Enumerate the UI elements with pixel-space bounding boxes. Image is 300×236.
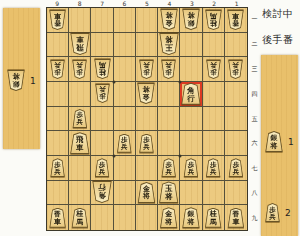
- square-18[interactable]: [225, 181, 247, 206]
- koma-kanji: 歩兵: [210, 162, 217, 176]
- square-87[interactable]: [69, 156, 91, 181]
- koma-kanji: 銀将: [187, 11, 195, 26]
- koma-kanji: 桂馬: [209, 11, 217, 26]
- koma-歩兵-37[interactable]: 歩兵: [183, 158, 198, 177]
- rank-label-4: 四: [250, 82, 259, 107]
- square-38[interactable]: [180, 181, 202, 206]
- square-48[interactable]: 玉将: [158, 181, 180, 206]
- koma-kanji: 銀将: [12, 72, 20, 87]
- koma-歩兵-66[interactable]: 歩兵: [117, 134, 132, 153]
- square-13[interactable]: 歩兵: [225, 57, 247, 82]
- square-47[interactable]: 歩兵: [158, 156, 180, 181]
- koma-桂馬-89[interactable]: 桂馬: [71, 208, 88, 228]
- square-82[interactable]: 飛車: [69, 33, 91, 58]
- rank-label-2: 二: [250, 32, 259, 57]
- koma-kanji: 金将: [142, 186, 150, 201]
- koma-kanji: 角行: [187, 87, 195, 103]
- koma-kanji: 歩兵: [143, 137, 150, 151]
- koma-kanji: 玉将: [165, 185, 173, 201]
- square-19[interactable]: 香車: [225, 205, 247, 230]
- square-63[interactable]: [114, 57, 136, 82]
- square-29[interactable]: 桂馬: [203, 205, 225, 230]
- koma-kanji: 桂馬: [76, 211, 84, 226]
- hand-count: 1: [288, 137, 294, 147]
- square-95[interactable]: [47, 107, 69, 132]
- koma-kanji: 歩兵: [143, 61, 150, 75]
- square-22[interactable]: [203, 33, 225, 58]
- sente-captured-tray: 銀将1歩兵2: [261, 55, 298, 236]
- koma-歩兵-13[interactable]: 歩兵: [228, 60, 243, 79]
- rank-label-3: 三: [250, 57, 259, 82]
- gote-hand-銀将[interactable]: 銀将1: [3, 70, 40, 91]
- square-41[interactable]: 金将: [158, 8, 180, 33]
- star-point: [179, 80, 182, 83]
- square-96[interactable]: [47, 131, 69, 156]
- square-88[interactable]: [69, 181, 91, 206]
- square-69[interactable]: [114, 205, 136, 230]
- square-83[interactable]: 歩兵: [69, 57, 91, 82]
- square-27[interactable]: 歩兵: [203, 156, 225, 181]
- koma-kanji: 王将: [165, 35, 173, 51]
- koma-歩兵-97[interactable]: 歩兵: [50, 158, 65, 177]
- status-analyzing: 検討中: [262, 8, 300, 19]
- koma-歩兵-74[interactable]: 歩兵: [95, 84, 110, 103]
- square-33[interactable]: [180, 57, 202, 82]
- square-51[interactable]: [136, 8, 158, 33]
- koma-桂馬-21[interactable]: 桂馬: [205, 10, 222, 30]
- koma-角行-78[interactable]: 角行: [92, 181, 112, 203]
- shogi-board: 香車金将銀将桂馬香車飛車王将歩兵歩兵桂馬歩兵歩兵歩兵歩兵歩兵金将角行歩兵飛車歩兵…: [46, 7, 248, 231]
- square-35[interactable]: [180, 107, 202, 132]
- square-43[interactable]: 歩兵: [158, 57, 180, 82]
- square-52[interactable]: [136, 33, 158, 58]
- koma-kanji: 銀将: [270, 135, 278, 150]
- koma-kanji: 歩兵: [165, 61, 172, 75]
- square-37[interactable]: 歩兵: [180, 156, 202, 181]
- file-labels: 987654321: [46, 0, 248, 7]
- square-56[interactable]: 歩兵: [136, 131, 158, 156]
- koma-銀将-hand[interactable]: 銀将: [265, 131, 283, 152]
- koma-kanji: 歩兵: [269, 207, 276, 221]
- koma-kanji: 歩兵: [54, 162, 61, 176]
- square-17[interactable]: 歩兵: [225, 156, 247, 181]
- square-67[interactable]: [114, 156, 136, 181]
- koma-kanji: 銀将: [187, 211, 195, 226]
- koma-歩兵-83[interactable]: 歩兵: [72, 60, 87, 79]
- square-72[interactable]: [91, 33, 113, 58]
- koma-金将-54[interactable]: 金将: [137, 83, 155, 104]
- rank-label-6: 六: [250, 131, 259, 156]
- square-68[interactable]: [114, 181, 136, 206]
- file-label-7: 7: [91, 0, 113, 7]
- koma-kanji: 歩兵: [210, 61, 217, 75]
- square-46[interactable]: [158, 131, 180, 156]
- square-42[interactable]: 王将: [158, 33, 180, 58]
- star-point: [179, 154, 182, 157]
- file-label-8: 8: [68, 0, 90, 7]
- koma-kanji: 歩兵: [232, 61, 239, 75]
- file-label-1: 1: [226, 0, 248, 7]
- koma-kanji: 金将: [165, 11, 173, 26]
- square-21[interactable]: 桂馬: [203, 8, 225, 33]
- rank-labels: 一二三四五六七八九: [250, 7, 259, 231]
- square-89[interactable]: 桂馬: [69, 205, 91, 230]
- koma-kanji: 桂馬: [98, 61, 106, 76]
- square-65[interactable]: [114, 107, 136, 132]
- rank-label-7: 七: [250, 156, 259, 181]
- file-label-9: 9: [46, 0, 68, 7]
- koma-金将-58[interactable]: 金将: [137, 182, 155, 203]
- square-97[interactable]: 歩兵: [47, 156, 69, 181]
- square-45[interactable]: [158, 107, 180, 132]
- square-16[interactable]: [225, 131, 247, 156]
- koma-kanji: 金将: [142, 85, 150, 100]
- file-label-4: 4: [158, 0, 180, 7]
- rank-label-1: 一: [250, 7, 259, 32]
- square-61[interactable]: [114, 8, 136, 33]
- square-77[interactable]: 歩兵: [91, 156, 113, 181]
- koma-銀将-39[interactable]: 銀将: [182, 207, 200, 228]
- koma-角行-34[interactable]: 角行: [181, 83, 201, 105]
- koma-kanji: 金将: [165, 211, 173, 226]
- star-point: [112, 80, 115, 83]
- file-label-3: 3: [181, 0, 203, 7]
- file-label-5: 5: [136, 0, 158, 7]
- koma-金将-41[interactable]: 金将: [160, 9, 178, 30]
- koma-kanji: 香車: [54, 11, 62, 26]
- koma-飛車-86[interactable]: 飛車: [70, 132, 90, 154]
- square-81[interactable]: [69, 8, 91, 33]
- square-85[interactable]: 歩兵: [69, 107, 91, 132]
- koma-香車-99[interactable]: 香車: [49, 208, 66, 228]
- square-64[interactable]: [114, 82, 136, 107]
- koma-桂馬-29[interactable]: 桂馬: [205, 208, 222, 228]
- analysis-status: 検討中 後手番: [262, 8, 300, 60]
- koma-歩兵-93[interactable]: 歩兵: [50, 60, 65, 79]
- square-98[interactable]: [47, 181, 69, 206]
- koma-kanji: 歩兵: [121, 137, 128, 151]
- square-49[interactable]: 金将: [158, 205, 180, 230]
- koma-玉将-48[interactable]: 玉将: [159, 181, 179, 203]
- koma-kanji: 香車: [232, 211, 240, 226]
- square-36[interactable]: [180, 131, 202, 156]
- koma-香車-91[interactable]: 香車: [49, 10, 66, 30]
- koma-歩兵-27[interactable]: 歩兵: [206, 158, 221, 177]
- sente-hand-銀将[interactable]: 銀将1: [261, 131, 298, 152]
- square-31[interactable]: 銀将: [180, 8, 202, 33]
- square-59[interactable]: [136, 205, 158, 230]
- square-39[interactable]: 銀将: [180, 205, 202, 230]
- board-grid: 香車金将銀将桂馬香車飛車王将歩兵歩兵桂馬歩兵歩兵歩兵歩兵歩兵金将角行歩兵飛車歩兵…: [47, 8, 247, 230]
- square-26[interactable]: [203, 131, 225, 156]
- square-73[interactable]: 桂馬: [91, 57, 113, 82]
- koma-kanji: 歩兵: [232, 162, 239, 176]
- koma-歩兵-17[interactable]: 歩兵: [228, 158, 243, 177]
- rank-label-5: 五: [250, 107, 259, 132]
- koma-歩兵-hand[interactable]: 歩兵: [265, 203, 280, 222]
- hand-count: 2: [285, 208, 291, 218]
- rank-label-8: 八: [250, 181, 259, 206]
- koma-kanji: 歩兵: [99, 162, 106, 176]
- sente-hand-歩兵[interactable]: 歩兵2: [261, 203, 298, 222]
- square-74[interactable]: 歩兵: [91, 82, 113, 107]
- koma-kanji: 歩兵: [54, 61, 61, 75]
- square-84[interactable]: [69, 82, 91, 107]
- square-23[interactable]: 歩兵: [203, 57, 225, 82]
- file-label-6: 6: [113, 0, 135, 7]
- square-91[interactable]: 香車: [47, 8, 69, 33]
- square-58[interactable]: 金将: [136, 181, 158, 206]
- square-99[interactable]: 香車: [47, 205, 69, 230]
- koma-kanji: 歩兵: [76, 112, 83, 126]
- koma-kanji: 歩兵: [99, 86, 106, 100]
- koma-歩兵-43[interactable]: 歩兵: [161, 60, 176, 79]
- koma-銀将-hand[interactable]: 銀将: [7, 70, 25, 91]
- square-57[interactable]: [136, 156, 158, 181]
- square-54[interactable]: 金将: [136, 82, 158, 107]
- square-75[interactable]: [91, 107, 113, 132]
- koma-kanji: 飛車: [76, 136, 84, 152]
- koma-歩兵-23[interactable]: 歩兵: [206, 60, 221, 79]
- koma-kanji: 香車: [232, 11, 240, 26]
- square-53[interactable]: 歩兵: [136, 57, 158, 82]
- gote-captured-tray: 銀将1: [3, 8, 40, 149]
- square-71[interactable]: [91, 8, 113, 33]
- koma-kanji: 角行: [98, 183, 106, 199]
- koma-歩兵-77[interactable]: 歩兵: [95, 158, 110, 177]
- koma-王将-42[interactable]: 王将: [159, 33, 179, 55]
- square-62[interactable]: [114, 33, 136, 58]
- square-32[interactable]: [180, 33, 202, 58]
- square-14[interactable]: [225, 82, 247, 107]
- koma-kanji: 桂馬: [209, 211, 217, 226]
- koma-kanji: 香車: [54, 211, 62, 226]
- square-78[interactable]: 角行: [91, 181, 113, 206]
- square-93[interactable]: 歩兵: [47, 57, 69, 82]
- koma-香車-19[interactable]: 香車: [227, 208, 244, 228]
- koma-歩兵-56[interactable]: 歩兵: [139, 134, 154, 153]
- square-76[interactable]: [91, 131, 113, 156]
- square-11[interactable]: 香車: [225, 8, 247, 33]
- square-79[interactable]: [91, 205, 113, 230]
- square-28[interactable]: [203, 181, 225, 206]
- status-turn: 後手番: [262, 34, 300, 45]
- koma-kanji: 歩兵: [165, 162, 172, 176]
- koma-歩兵-47[interactable]: 歩兵: [161, 158, 176, 177]
- square-92[interactable]: [47, 33, 69, 58]
- hand-count: 1: [30, 76, 36, 86]
- square-34[interactable]: 角行: [180, 82, 202, 107]
- square-12[interactable]: [225, 33, 247, 58]
- koma-桂馬-73[interactable]: 桂馬: [94, 59, 111, 79]
- koma-kanji: 飛車: [76, 35, 84, 51]
- square-25[interactable]: [203, 107, 225, 132]
- square-94[interactable]: [47, 82, 69, 107]
- square-86[interactable]: 飛車: [69, 131, 91, 156]
- square-44[interactable]: [158, 82, 180, 107]
- koma-kanji: 歩兵: [187, 162, 194, 176]
- koma-kanji: 歩兵: [76, 61, 83, 75]
- koma-飛車-82[interactable]: 飛車: [70, 33, 90, 55]
- koma-銀将-31[interactable]: 銀将: [182, 9, 200, 30]
- square-55[interactable]: [136, 107, 158, 132]
- star-point: [112, 154, 115, 157]
- koma-歩兵-85[interactable]: 歩兵: [72, 109, 87, 128]
- koma-歩兵-53[interactable]: 歩兵: [139, 60, 154, 79]
- file-label-2: 2: [203, 0, 225, 7]
- rank-label-9: 九: [250, 206, 259, 231]
- square-66[interactable]: 歩兵: [114, 131, 136, 156]
- koma-香車-11[interactable]: 香車: [227, 10, 244, 30]
- koma-金将-49[interactable]: 金将: [160, 207, 178, 228]
- square-15[interactable]: [225, 107, 247, 132]
- square-24[interactable]: [203, 82, 225, 107]
